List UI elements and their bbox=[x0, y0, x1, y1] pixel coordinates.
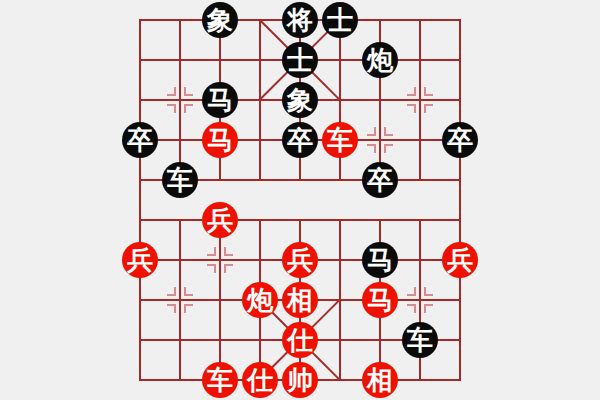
marker-corner bbox=[384, 144, 393, 153]
marker-corner bbox=[184, 287, 193, 296]
piece-black-elephant[interactable]: 象 bbox=[202, 2, 238, 38]
marker-corner bbox=[384, 127, 393, 136]
piece-red-soldier[interactable]: 兵 bbox=[122, 242, 158, 278]
piece-red-soldier[interactable]: 兵 bbox=[202, 202, 238, 238]
marker-corner bbox=[424, 304, 433, 313]
piece-black-advisor[interactable]: 士 bbox=[282, 42, 318, 78]
xiangqi-board: 象将士士炮马象卒马卒车卒车卒兵兵兵马兵炮相马仕车车仕帅相 bbox=[139, 19, 461, 381]
marker-corner bbox=[207, 264, 216, 273]
piece-black-general[interactable]: 将 bbox=[282, 2, 318, 38]
marker-corner bbox=[367, 127, 376, 136]
point-marker bbox=[407, 287, 433, 313]
marker-corner bbox=[224, 247, 233, 256]
piece-black-chariot[interactable]: 车 bbox=[162, 162, 198, 198]
marker-corner bbox=[407, 104, 416, 113]
piece-black-soldier[interactable]: 卒 bbox=[442, 122, 478, 158]
piece-red-horse[interactable]: 马 bbox=[362, 282, 398, 318]
piece-black-horse[interactable]: 马 bbox=[202, 82, 238, 118]
background: 象将士士炮马象卒马卒车卒车卒兵兵兵马兵炮相马仕车车仕帅相 bbox=[0, 0, 600, 400]
piece-red-chariot[interactable]: 车 bbox=[202, 362, 238, 398]
piece-red-general[interactable]: 帅 bbox=[282, 362, 318, 398]
point-marker bbox=[167, 87, 193, 113]
point-marker bbox=[167, 287, 193, 313]
point-marker bbox=[367, 127, 393, 153]
piece-black-horse[interactable]: 马 bbox=[362, 242, 398, 278]
piece-black-elephant[interactable]: 象 bbox=[282, 82, 318, 118]
marker-corner bbox=[184, 304, 193, 313]
marker-corner bbox=[167, 287, 176, 296]
marker-corner bbox=[424, 104, 433, 113]
marker-corner bbox=[167, 87, 176, 96]
piece-red-soldier[interactable]: 兵 bbox=[442, 242, 478, 278]
marker-corner bbox=[367, 144, 376, 153]
marker-corner bbox=[184, 104, 193, 113]
marker-corner bbox=[224, 264, 233, 273]
piece-red-cannon[interactable]: 炮 bbox=[242, 282, 278, 318]
marker-corner bbox=[407, 87, 416, 96]
piece-black-soldier[interactable]: 卒 bbox=[282, 122, 318, 158]
marker-corner bbox=[207, 247, 216, 256]
piece-black-cannon[interactable]: 炮 bbox=[362, 42, 398, 78]
point-marker bbox=[407, 87, 433, 113]
piece-red-advisor[interactable]: 仕 bbox=[282, 322, 318, 358]
piece-black-soldier[interactable]: 卒 bbox=[362, 162, 398, 198]
piece-red-chariot[interactable]: 车 bbox=[322, 122, 358, 158]
piece-red-elephant[interactable]: 相 bbox=[362, 362, 398, 398]
marker-corner bbox=[424, 287, 433, 296]
piece-black-advisor[interactable]: 士 bbox=[322, 2, 358, 38]
piece-black-chariot[interactable]: 车 bbox=[402, 322, 438, 358]
marker-corner bbox=[167, 304, 176, 313]
marker-corner bbox=[407, 287, 416, 296]
marker-corner bbox=[184, 87, 193, 96]
piece-red-elephant[interactable]: 相 bbox=[282, 282, 318, 318]
marker-corner bbox=[407, 304, 416, 313]
point-marker bbox=[207, 247, 233, 273]
piece-red-advisor[interactable]: 仕 bbox=[242, 362, 278, 398]
piece-red-horse[interactable]: 马 bbox=[202, 122, 238, 158]
marker-corner bbox=[167, 104, 176, 113]
marker-corner bbox=[424, 87, 433, 96]
piece-red-soldier[interactable]: 兵 bbox=[282, 242, 318, 278]
piece-black-soldier[interactable]: 卒 bbox=[122, 122, 158, 158]
board-overlay: 象将士士炮马象卒马卒车卒车卒兵兵兵马兵炮相马仕车车仕帅相 bbox=[140, 20, 460, 380]
